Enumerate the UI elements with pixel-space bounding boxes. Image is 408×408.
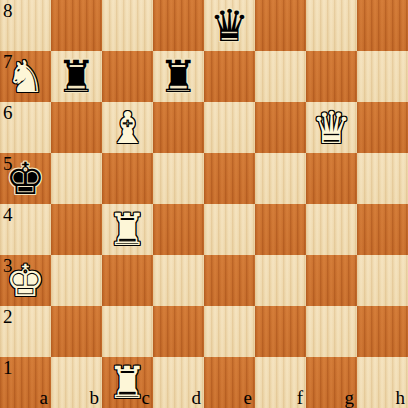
square-d6[interactable] xyxy=(153,102,204,153)
square-e5[interactable] xyxy=(204,153,255,204)
black-king[interactable]: ♚ xyxy=(0,153,51,204)
square-g3[interactable] xyxy=(306,255,357,306)
square-g2[interactable] xyxy=(306,306,357,357)
square-f2[interactable] xyxy=(255,306,306,357)
square-c4[interactable]: ♜ xyxy=(102,204,153,255)
square-e3[interactable] xyxy=(204,255,255,306)
square-e2[interactable] xyxy=(204,306,255,357)
square-d7[interactable]: ♜ xyxy=(153,51,204,102)
black-rook[interactable]: ♜ xyxy=(153,51,204,102)
square-e1[interactable] xyxy=(204,357,255,408)
square-g1[interactable] xyxy=(306,357,357,408)
square-f6[interactable] xyxy=(255,102,306,153)
black-queen[interactable]: ♛ xyxy=(204,0,255,51)
white-rook[interactable]: ♜ xyxy=(102,357,153,408)
square-d8[interactable] xyxy=(153,0,204,51)
square-g4[interactable] xyxy=(306,204,357,255)
square-c5[interactable] xyxy=(102,153,153,204)
white-queen[interactable]: ♛ xyxy=(306,102,357,153)
white-rook[interactable]: ♜ xyxy=(102,204,153,255)
square-c8[interactable] xyxy=(102,0,153,51)
white-bishop[interactable]: ♝ xyxy=(102,102,153,153)
square-d5[interactable] xyxy=(153,153,204,204)
square-g6[interactable]: ♛ xyxy=(306,102,357,153)
square-c6[interactable]: ♝ xyxy=(102,102,153,153)
square-f4[interactable] xyxy=(255,204,306,255)
square-d3[interactable] xyxy=(153,255,204,306)
square-d4[interactable] xyxy=(153,204,204,255)
square-g7[interactable] xyxy=(306,51,357,102)
square-h8[interactable] xyxy=(357,0,408,51)
square-b7[interactable]: ♜ xyxy=(51,51,102,102)
square-d1[interactable] xyxy=(153,357,204,408)
square-h2[interactable] xyxy=(357,306,408,357)
square-h7[interactable] xyxy=(357,51,408,102)
square-f7[interactable] xyxy=(255,51,306,102)
chess-board: ♛♞♜♜♝♛♚♜♚♜87654321abcdefgh xyxy=(0,0,408,408)
square-a1[interactable] xyxy=(0,357,51,408)
square-a6[interactable] xyxy=(0,102,51,153)
square-e6[interactable] xyxy=(204,102,255,153)
square-h3[interactable] xyxy=(357,255,408,306)
square-c7[interactable] xyxy=(102,51,153,102)
square-b8[interactable] xyxy=(51,0,102,51)
square-f3[interactable] xyxy=(255,255,306,306)
square-f5[interactable] xyxy=(255,153,306,204)
square-h6[interactable] xyxy=(357,102,408,153)
white-king[interactable]: ♚ xyxy=(0,255,51,306)
square-b3[interactable] xyxy=(51,255,102,306)
square-a2[interactable] xyxy=(0,306,51,357)
square-e4[interactable] xyxy=(204,204,255,255)
square-c1[interactable]: ♜ xyxy=(102,357,153,408)
black-rook[interactable]: ♜ xyxy=(51,51,102,102)
square-f8[interactable] xyxy=(255,0,306,51)
square-g5[interactable] xyxy=(306,153,357,204)
square-g8[interactable] xyxy=(306,0,357,51)
square-a3[interactable]: ♚ xyxy=(0,255,51,306)
square-b2[interactable] xyxy=(51,306,102,357)
square-f1[interactable] xyxy=(255,357,306,408)
square-b4[interactable] xyxy=(51,204,102,255)
square-a4[interactable] xyxy=(0,204,51,255)
square-e7[interactable] xyxy=(204,51,255,102)
square-c2[interactable] xyxy=(102,306,153,357)
square-b6[interactable] xyxy=(51,102,102,153)
square-h4[interactable] xyxy=(357,204,408,255)
square-e8[interactable]: ♛ xyxy=(204,0,255,51)
square-b5[interactable] xyxy=(51,153,102,204)
square-h5[interactable] xyxy=(357,153,408,204)
square-c3[interactable] xyxy=(102,255,153,306)
square-b1[interactable] xyxy=(51,357,102,408)
square-d2[interactable] xyxy=(153,306,204,357)
white-knight[interactable]: ♞ xyxy=(0,51,51,102)
square-a7[interactable]: ♞ xyxy=(0,51,51,102)
square-h1[interactable] xyxy=(357,357,408,408)
square-a8[interactable] xyxy=(0,0,51,51)
square-a5[interactable]: ♚ xyxy=(0,153,51,204)
